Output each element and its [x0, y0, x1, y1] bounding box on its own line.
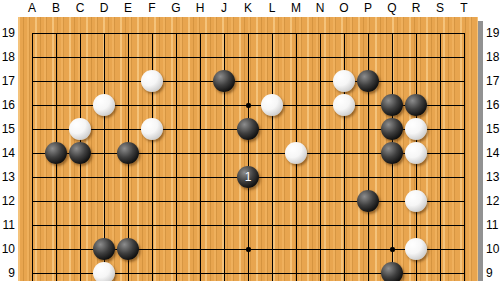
board-intersection-n11[interactable] [308, 213, 332, 237]
row-label-16: 16 [486, 93, 500, 117]
board-intersection-p11[interactable] [356, 213, 380, 237]
board-grid: 1 [20, 21, 476, 281]
board-intersection-r19[interactable] [404, 21, 428, 45]
board-intersection-s13[interactable] [428, 165, 452, 189]
board-intersection-n16[interactable] [308, 93, 332, 117]
board-intersection-q17[interactable] [380, 69, 404, 93]
board-intersection-h10[interactable] [188, 237, 212, 261]
board-intersection-t19[interactable] [452, 21, 476, 45]
board-intersection-o17[interactable] [332, 69, 356, 93]
board-intersection-b15[interactable] [44, 117, 68, 141]
board-intersection-c18[interactable] [68, 45, 92, 69]
board-intersection-g14[interactable] [164, 141, 188, 165]
board-intersection-s11[interactable] [428, 213, 452, 237]
board-intersection-l12[interactable] [260, 189, 284, 213]
row-label-12: 12 [0, 189, 15, 213]
board-intersection-d19[interactable] [92, 21, 116, 45]
board-intersection-j17[interactable] [212, 69, 236, 93]
board-intersection-q16[interactable] [380, 93, 404, 117]
column-label-r: R [404, 1, 428, 16]
board-intersection-a15[interactable] [20, 117, 44, 141]
board-intersection-m19[interactable] [284, 21, 308, 45]
board-intersection-h13[interactable] [188, 165, 212, 189]
board-intersection-k16[interactable] [236, 93, 260, 117]
board-intersection-k17[interactable] [236, 69, 260, 93]
board-intersection-p15[interactable] [356, 117, 380, 141]
board-intersection-b13[interactable] [44, 165, 68, 189]
board-intersection-f19[interactable] [140, 21, 164, 45]
white-stone-r15 [405, 118, 427, 140]
board-intersection-o14[interactable] [332, 141, 356, 165]
board-intersection-e19[interactable] [116, 21, 140, 45]
board-intersection-l14[interactable] [260, 141, 284, 165]
board-intersection-g16[interactable] [164, 93, 188, 117]
board-intersection-h15[interactable] [188, 117, 212, 141]
board-intersection-s10[interactable] [428, 237, 452, 261]
board-intersection-k19[interactable] [236, 21, 260, 45]
row-labels-right: 191817161514131211109 [486, 21, 500, 281]
black-stone-q9 [381, 262, 403, 281]
board-intersection-a10[interactable] [20, 237, 44, 261]
board-intersection-k14[interactable] [236, 141, 260, 165]
board-intersection-s14[interactable] [428, 141, 452, 165]
go-board: 1 [18, 17, 478, 281]
white-stone-o16 [333, 94, 355, 116]
board-shadow [478, 21, 483, 281]
white-stone-m14 [285, 142, 307, 164]
column-label-e: E [116, 1, 140, 16]
board-intersection-t10[interactable] [452, 237, 476, 261]
row-label-9: 9 [486, 261, 500, 281]
board-intersection-f10[interactable] [140, 237, 164, 261]
board-intersection-k9[interactable] [236, 261, 260, 281]
board-intersection-f18[interactable] [140, 45, 164, 69]
board-intersection-g9[interactable] [164, 261, 188, 281]
board-intersection-s9[interactable] [428, 261, 452, 281]
board-intersection-o18[interactable] [332, 45, 356, 69]
row-label-14: 14 [0, 141, 15, 165]
board-intersection-r16[interactable] [404, 93, 428, 117]
board-intersection-a16[interactable] [20, 93, 44, 117]
board-intersection-p9[interactable] [356, 261, 380, 281]
board-intersection-l19[interactable] [260, 21, 284, 45]
row-label-19: 19 [486, 21, 500, 45]
row-label-16: 16 [0, 93, 15, 117]
board-intersection-l10[interactable] [260, 237, 284, 261]
board-intersection-d10[interactable] [92, 237, 116, 261]
board-intersection-j13[interactable] [212, 165, 236, 189]
board-intersection-d17[interactable] [92, 69, 116, 93]
white-stone-r12 [405, 190, 427, 212]
board-intersection-o10[interactable] [332, 237, 356, 261]
black-stone-k13: 1 [237, 166, 259, 188]
board-intersection-d14[interactable] [92, 141, 116, 165]
board-intersection-r18[interactable] [404, 45, 428, 69]
board-intersection-t18[interactable] [452, 45, 476, 69]
board-intersection-a12[interactable] [20, 189, 44, 213]
board-intersection-g10[interactable] [164, 237, 188, 261]
row-label-15: 15 [486, 117, 500, 141]
white-stone-d16 [93, 94, 115, 116]
board-intersection-l17[interactable] [260, 69, 284, 93]
go-diagram: ABCDEFGHJKLMNOPQRST 19181716151413121110… [0, 0, 500, 281]
column-label-c: C [68, 1, 92, 16]
black-stone-p12 [357, 190, 379, 212]
board-intersection-g12[interactable] [164, 189, 188, 213]
board-intersection-s19[interactable] [428, 21, 452, 45]
board-intersection-c13[interactable] [68, 165, 92, 189]
row-labels-left: 191817161514131211109 [0, 21, 15, 281]
board-intersection-o16[interactable] [332, 93, 356, 117]
board-intersection-j12[interactable] [212, 189, 236, 213]
board-intersection-h11[interactable] [188, 213, 212, 237]
board-intersection-b12[interactable] [44, 189, 68, 213]
board-intersection-a11[interactable] [20, 213, 44, 237]
board-intersection-o12[interactable] [332, 189, 356, 213]
board-intersection-o11[interactable] [332, 213, 356, 237]
board-intersection-e13[interactable] [116, 165, 140, 189]
board-intersection-b18[interactable] [44, 45, 68, 69]
board-intersection-h18[interactable] [188, 45, 212, 69]
board-intersection-o19[interactable] [332, 21, 356, 45]
black-stone-b14 [45, 142, 67, 164]
board-intersection-q9[interactable] [380, 261, 404, 281]
board-intersection-d9[interactable] [92, 261, 116, 281]
board-intersection-r14[interactable] [404, 141, 428, 165]
board-intersection-c19[interactable] [68, 21, 92, 45]
column-label-k: K [236, 1, 260, 16]
white-stone-c15 [69, 118, 91, 140]
board-intersection-p14[interactable] [356, 141, 380, 165]
star-point-k16 [246, 103, 251, 108]
board-intersection-j9[interactable] [212, 261, 236, 281]
board-intersection-f16[interactable] [140, 93, 164, 117]
board-intersection-t9[interactable] [452, 261, 476, 281]
board-intersection-h16[interactable] [188, 93, 212, 117]
column-label-s: S [428, 1, 452, 16]
board-intersection-e18[interactable] [116, 45, 140, 69]
board-intersection-m16[interactable] [284, 93, 308, 117]
board-intersection-n9[interactable] [308, 261, 332, 281]
black-stone-j17 [213, 70, 235, 92]
board-intersection-j19[interactable] [212, 21, 236, 45]
board-intersection-t12[interactable] [452, 189, 476, 213]
row-label-14: 14 [486, 141, 500, 165]
board-intersection-k13[interactable]: 1 [236, 165, 260, 189]
board-intersection-m17[interactable] [284, 69, 308, 93]
board-intersection-c9[interactable] [68, 261, 92, 281]
row-label-9: 9 [0, 261, 15, 281]
board-intersection-a9[interactable] [20, 261, 44, 281]
board-intersection-g15[interactable] [164, 117, 188, 141]
board-intersection-d11[interactable] [92, 213, 116, 237]
board-intersection-l16[interactable] [260, 93, 284, 117]
board-intersection-f9[interactable] [140, 261, 164, 281]
board-intersection-t17[interactable] [452, 69, 476, 93]
board-intersection-r12[interactable] [404, 189, 428, 213]
black-stone-e14 [117, 142, 139, 164]
board-intersection-e12[interactable] [116, 189, 140, 213]
row-label-10: 10 [486, 237, 500, 261]
board-intersection-p10[interactable] [356, 237, 380, 261]
board-intersection-m13[interactable] [284, 165, 308, 189]
white-stone-l16 [261, 94, 283, 116]
board-intersection-c10[interactable] [68, 237, 92, 261]
board-intersection-j18[interactable] [212, 45, 236, 69]
row-label-11: 11 [0, 213, 15, 237]
board-intersection-p19[interactable] [356, 21, 380, 45]
row-label-13: 13 [0, 165, 15, 189]
board-intersection-n19[interactable] [308, 21, 332, 45]
board-intersection-k12[interactable] [236, 189, 260, 213]
board-intersection-f12[interactable] [140, 189, 164, 213]
board-intersection-s15[interactable] [428, 117, 452, 141]
black-stone-q16 [381, 94, 403, 116]
board-intersection-a18[interactable] [20, 45, 44, 69]
column-label-a: A [20, 1, 44, 16]
board-intersection-c14[interactable] [68, 141, 92, 165]
board-intersection-m15[interactable] [284, 117, 308, 141]
board-intersection-q18[interactable] [380, 45, 404, 69]
board-intersection-n10[interactable] [308, 237, 332, 261]
board-intersection-e15[interactable] [116, 117, 140, 141]
board-intersection-t14[interactable] [452, 141, 476, 165]
board-intersection-r15[interactable] [404, 117, 428, 141]
star-point-k10 [246, 247, 251, 252]
board-intersection-k11[interactable] [236, 213, 260, 237]
row-label-19: 19 [0, 21, 15, 45]
board-intersection-b11[interactable] [44, 213, 68, 237]
board-intersection-c17[interactable] [68, 69, 92, 93]
board-intersection-e10[interactable] [116, 237, 140, 261]
board-intersection-t11[interactable] [452, 213, 476, 237]
column-label-f: F [140, 1, 164, 16]
black-stone-r16 [405, 94, 427, 116]
board-intersection-k10[interactable] [236, 237, 260, 261]
board-intersection-m12[interactable] [284, 189, 308, 213]
board-intersection-n13[interactable] [308, 165, 332, 189]
white-stone-d9 [93, 262, 115, 281]
board-intersection-a19[interactable] [20, 21, 44, 45]
star-point-q10 [390, 247, 395, 252]
board-intersection-b9[interactable] [44, 261, 68, 281]
column-label-q: Q [380, 1, 404, 16]
board-intersection-g18[interactable] [164, 45, 188, 69]
board-intersection-p16[interactable] [356, 93, 380, 117]
board-intersection-r11[interactable] [404, 213, 428, 237]
board-intersection-q19[interactable] [380, 21, 404, 45]
board-intersection-g17[interactable] [164, 69, 188, 93]
board-intersection-q11[interactable] [380, 213, 404, 237]
column-label-j: J [212, 1, 236, 16]
board-intersection-h17[interactable] [188, 69, 212, 93]
column-label-b: B [44, 1, 68, 16]
board-intersection-j16[interactable] [212, 93, 236, 117]
white-stone-r14 [405, 142, 427, 164]
board-intersection-j15[interactable] [212, 117, 236, 141]
board-intersection-t13[interactable] [452, 165, 476, 189]
board-intersection-d12[interactable] [92, 189, 116, 213]
board-intersection-b14[interactable] [44, 141, 68, 165]
row-label-13: 13 [486, 165, 500, 189]
column-label-m: M [284, 1, 308, 16]
column-labels: ABCDEFGHJKLMNOPQRST [20, 1, 476, 16]
board-intersection-p13[interactable] [356, 165, 380, 189]
board-intersection-s17[interactable] [428, 69, 452, 93]
row-label-12: 12 [486, 189, 500, 213]
board-intersection-f17[interactable] [140, 69, 164, 93]
board-intersection-g13[interactable] [164, 165, 188, 189]
board-intersection-b10[interactable] [44, 237, 68, 261]
white-stone-f15 [141, 118, 163, 140]
column-label-o: O [332, 1, 356, 16]
move-number-label: 1 [237, 166, 259, 188]
board-intersection-c15[interactable] [68, 117, 92, 141]
board-intersection-t16[interactable] [452, 93, 476, 117]
board-intersection-l13[interactable] [260, 165, 284, 189]
board-intersection-d13[interactable] [92, 165, 116, 189]
board-intersection-d18[interactable] [92, 45, 116, 69]
column-label-g: G [164, 1, 188, 16]
board-intersection-m18[interactable] [284, 45, 308, 69]
board-intersection-s16[interactable] [428, 93, 452, 117]
row-label-17: 17 [486, 69, 500, 93]
board-intersection-g19[interactable] [164, 21, 188, 45]
board-intersection-l9[interactable] [260, 261, 284, 281]
board-intersection-n14[interactable] [308, 141, 332, 165]
column-label-p: P [356, 1, 380, 16]
board-intersection-m11[interactable] [284, 213, 308, 237]
row-label-17: 17 [0, 69, 15, 93]
row-label-10: 10 [0, 237, 15, 261]
board-intersection-f13[interactable] [140, 165, 164, 189]
board-intersection-m9[interactable] [284, 261, 308, 281]
board-intersection-j10[interactable] [212, 237, 236, 261]
board-intersection-f14[interactable] [140, 141, 164, 165]
board-intersection-c11[interactable] [68, 213, 92, 237]
board-intersection-l11[interactable] [260, 213, 284, 237]
black-stone-p17 [357, 70, 379, 92]
board-intersection-b16[interactable] [44, 93, 68, 117]
board-intersection-r17[interactable] [404, 69, 428, 93]
row-label-18: 18 [0, 45, 15, 69]
board-intersection-a14[interactable] [20, 141, 44, 165]
board-intersection-r13[interactable] [404, 165, 428, 189]
board-intersection-b17[interactable] [44, 69, 68, 93]
board-intersection-l15[interactable] [260, 117, 284, 141]
board-intersection-k15[interactable] [236, 117, 260, 141]
board-intersection-p18[interactable] [356, 45, 380, 69]
board-intersection-n12[interactable] [308, 189, 332, 213]
board-intersection-h9[interactable] [188, 261, 212, 281]
column-label-t: T [452, 1, 476, 16]
board-intersection-s18[interactable] [428, 45, 452, 69]
black-stone-q14 [381, 142, 403, 164]
board-intersection-p12[interactable] [356, 189, 380, 213]
board-intersection-j11[interactable] [212, 213, 236, 237]
board-intersection-f11[interactable] [140, 213, 164, 237]
board-intersection-s12[interactable] [428, 189, 452, 213]
board-intersection-d15[interactable] [92, 117, 116, 141]
board-intersection-g11[interactable] [164, 213, 188, 237]
black-stone-c14 [69, 142, 91, 164]
board-intersection-h19[interactable] [188, 21, 212, 45]
board-intersection-f15[interactable] [140, 117, 164, 141]
board-intersection-n17[interactable] [308, 69, 332, 93]
board-intersection-k18[interactable] [236, 45, 260, 69]
board-intersection-c12[interactable] [68, 189, 92, 213]
black-stone-q15 [381, 118, 403, 140]
board-intersection-d16[interactable] [92, 93, 116, 117]
column-label-h: H [188, 1, 212, 16]
white-stone-f17 [141, 70, 163, 92]
board-intersection-e9[interactable] [116, 261, 140, 281]
board-intersection-e11[interactable] [116, 213, 140, 237]
black-stone-k15 [237, 118, 259, 140]
board-intersection-c16[interactable] [68, 93, 92, 117]
column-label-l: L [260, 1, 284, 16]
board-intersection-q13[interactable] [380, 165, 404, 189]
row-label-11: 11 [486, 213, 500, 237]
board-intersection-t15[interactable] [452, 117, 476, 141]
row-label-15: 15 [0, 117, 15, 141]
board-intersection-h14[interactable] [188, 141, 212, 165]
board-intersection-a17[interactable] [20, 69, 44, 93]
board-intersection-m14[interactable] [284, 141, 308, 165]
board-intersection-p17[interactable] [356, 69, 380, 93]
board-intersection-n18[interactable] [308, 45, 332, 69]
board-intersection-m10[interactable] [284, 237, 308, 261]
board-intersection-e16[interactable] [116, 93, 140, 117]
board-intersection-o13[interactable] [332, 165, 356, 189]
board-intersection-b19[interactable] [44, 21, 68, 45]
board-intersection-q14[interactable] [380, 141, 404, 165]
board-intersection-q15[interactable] [380, 117, 404, 141]
row-label-18: 18 [486, 45, 500, 69]
board-intersection-r9[interactable] [404, 261, 428, 281]
board-intersection-o15[interactable] [332, 117, 356, 141]
board-intersection-a13[interactable] [20, 165, 44, 189]
board-intersection-r10[interactable] [404, 237, 428, 261]
column-label-d: D [92, 1, 116, 16]
white-stone-o17 [333, 70, 355, 92]
board-intersection-l18[interactable] [260, 45, 284, 69]
board-intersection-e17[interactable] [116, 69, 140, 93]
black-stone-d10 [93, 238, 115, 260]
white-stone-r10 [405, 238, 427, 260]
board-intersection-j14[interactable] [212, 141, 236, 165]
board-intersection-q12[interactable] [380, 189, 404, 213]
black-stone-e10 [117, 238, 139, 260]
board-intersection-o9[interactable] [332, 261, 356, 281]
board-intersection-q10[interactable] [380, 237, 404, 261]
board-intersection-n15[interactable] [308, 117, 332, 141]
board-intersection-e14[interactable] [116, 141, 140, 165]
board-intersection-h12[interactable] [188, 189, 212, 213]
column-label-n: N [308, 1, 332, 16]
